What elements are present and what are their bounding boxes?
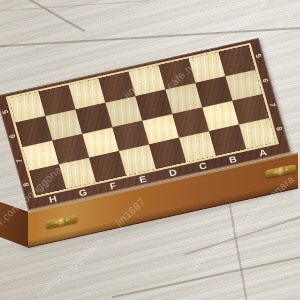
photo-scene: HGFEDCBA 5678 5678 jin1687 cafe.naver.co… bbox=[0, 0, 300, 300]
brass-clasp-left bbox=[46, 214, 78, 228]
floor-plank-seam bbox=[112, 256, 300, 298]
brass-clasp-right bbox=[265, 164, 296, 178]
floor-plank-seam bbox=[0, 0, 150, 13]
floor-plank-seam bbox=[184, 216, 300, 255]
